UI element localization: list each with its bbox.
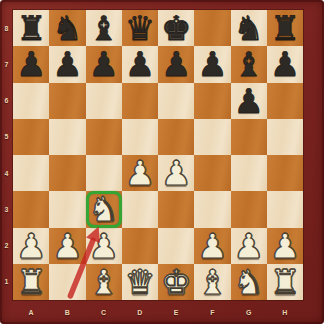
square-d7[interactable]: ♟: [122, 46, 158, 82]
square-d8[interactable]: ♛: [122, 10, 158, 46]
square-e5[interactable]: [158, 119, 194, 155]
square-a5[interactable]: [13, 119, 49, 155]
square-h4[interactable]: [267, 155, 303, 191]
square-h3[interactable]: [267, 191, 303, 227]
square-e4[interactable]: ♟: [158, 155, 194, 191]
square-d3[interactable]: [122, 191, 158, 227]
piece-white-knight-c3[interactable]: ♞: [88, 191, 118, 227]
piece-black-pawn-h7[interactable]: ♟: [270, 46, 300, 82]
piece-white-pawn-e4[interactable]: ♟: [161, 155, 191, 191]
square-d2[interactable]: [122, 228, 158, 264]
piece-black-knight-g8[interactable]: ♞: [233, 10, 263, 46]
square-b1[interactable]: [49, 264, 85, 300]
square-h1[interactable]: ♜: [267, 264, 303, 300]
square-d5[interactable]: [122, 119, 158, 155]
square-e3[interactable]: [158, 191, 194, 227]
square-b4[interactable]: [49, 155, 85, 191]
square-d6[interactable]: [122, 83, 158, 119]
piece-black-pawn-d7[interactable]: ♟: [125, 46, 155, 82]
square-f4[interactable]: [194, 155, 230, 191]
file-label-h: H: [267, 301, 303, 323]
square-f5[interactable]: [194, 119, 230, 155]
piece-white-pawn-g2[interactable]: ♟: [233, 228, 263, 264]
square-g4[interactable]: [231, 155, 267, 191]
file-label-e: E: [158, 301, 194, 323]
piece-white-pawn-b2[interactable]: ♟: [52, 228, 82, 264]
piece-white-pawn-c2[interactable]: ♟: [88, 228, 118, 264]
piece-white-pawn-f2[interactable]: ♟: [197, 228, 227, 264]
square-c1[interactable]: ♝: [86, 264, 122, 300]
square-f6[interactable]: [194, 83, 230, 119]
rank-label-2: 2: [0, 228, 13, 264]
square-g3[interactable]: [231, 191, 267, 227]
square-b2[interactable]: ♟: [49, 228, 85, 264]
rank-label-7: 7: [0, 46, 13, 82]
piece-black-queen-d8[interactable]: ♛: [125, 10, 155, 46]
square-h8[interactable]: ♜: [267, 10, 303, 46]
square-f8[interactable]: [194, 10, 230, 46]
square-f1[interactable]: ♝: [194, 264, 230, 300]
piece-black-pawn-g6[interactable]: ♟: [233, 83, 263, 119]
square-h5[interactable]: [267, 119, 303, 155]
square-f7[interactable]: ♟: [194, 46, 230, 82]
chess-board: ♜♞♝♛♚♞♜♟♟♟♟♟♟♝♟♟♟♟♞♟♟♟♟♟♟♜♝♛♚♝♞♜: [13, 10, 303, 300]
square-c4[interactable]: [86, 155, 122, 191]
square-c2[interactable]: ♟: [86, 228, 122, 264]
square-b7[interactable]: ♟: [49, 46, 85, 82]
file-label-g: G: [231, 301, 267, 323]
piece-white-rook-h1[interactable]: ♜: [270, 264, 300, 300]
rank-label-5: 5: [0, 119, 13, 155]
file-label-b: B: [49, 301, 85, 323]
file-label-a: A: [13, 301, 49, 323]
rank-label-4: 4: [0, 155, 13, 191]
square-g1[interactable]: ♞: [231, 264, 267, 300]
square-a3[interactable]: [13, 191, 49, 227]
file-label-d: D: [122, 301, 158, 323]
square-g2[interactable]: ♟: [231, 228, 267, 264]
square-g5[interactable]: [231, 119, 267, 155]
piece-black-pawn-a7[interactable]: ♟: [16, 46, 46, 82]
piece-white-bishop-c1[interactable]: ♝: [88, 264, 118, 300]
piece-white-pawn-d4[interactable]: ♟: [125, 155, 155, 191]
square-a4[interactable]: [13, 155, 49, 191]
square-h6[interactable]: [267, 83, 303, 119]
square-c8[interactable]: ♝: [86, 10, 122, 46]
square-b3[interactable]: [49, 191, 85, 227]
piece-black-rook-h8[interactable]: ♜: [270, 10, 300, 46]
square-f2[interactable]: ♟: [194, 228, 230, 264]
piece-black-pawn-b7[interactable]: ♟: [52, 46, 82, 82]
square-e2[interactable]: [158, 228, 194, 264]
piece-black-bishop-g7[interactable]: ♝: [233, 46, 263, 82]
rank-label-6: 6: [0, 83, 13, 119]
square-a7[interactable]: ♟: [13, 46, 49, 82]
square-e8[interactable]: ♚: [158, 10, 194, 46]
square-g8[interactable]: ♞: [231, 10, 267, 46]
piece-black-rook-a8[interactable]: ♜: [16, 10, 46, 46]
square-b8[interactable]: ♞: [49, 10, 85, 46]
piece-black-knight-b8[interactable]: ♞: [52, 10, 82, 46]
square-a2[interactable]: ♟: [13, 228, 49, 264]
file-label-c: C: [86, 301, 122, 323]
square-e6[interactable]: [158, 83, 194, 119]
chess-board-frame: ♜♞♝♛♚♞♜♟♟♟♟♟♟♝♟♟♟♟♞♟♟♟♟♟♟♜♝♛♚♝♞♜ 8765432…: [0, 0, 324, 324]
rank-label-1: 1: [0, 264, 13, 300]
piece-white-queen-d1[interactable]: ♛: [125, 264, 155, 300]
piece-black-king-e8[interactable]: ♚: [161, 10, 191, 46]
rank-label-8: 8: [0, 10, 13, 46]
piece-white-pawn-h2[interactable]: ♟: [270, 228, 300, 264]
square-f3[interactable]: [194, 191, 230, 227]
square-c6[interactable]: [86, 83, 122, 119]
square-e1[interactable]: ♚: [158, 264, 194, 300]
piece-white-king-e1[interactable]: ♚: [161, 264, 191, 300]
square-c3[interactable]: ♞: [86, 191, 122, 227]
square-h2[interactable]: ♟: [267, 228, 303, 264]
piece-white-pawn-a2[interactable]: ♟: [16, 228, 46, 264]
square-a6[interactable]: [13, 83, 49, 119]
square-d1[interactable]: ♛: [122, 264, 158, 300]
square-b5[interactable]: [49, 119, 85, 155]
square-d4[interactable]: ♟: [122, 155, 158, 191]
square-g6[interactable]: ♟: [231, 83, 267, 119]
piece-white-bishop-f1[interactable]: ♝: [197, 264, 227, 300]
square-b6[interactable]: [49, 83, 85, 119]
square-h7[interactable]: ♟: [267, 46, 303, 82]
piece-black-bishop-c8[interactable]: ♝: [88, 10, 118, 46]
square-c5[interactable]: [86, 119, 122, 155]
piece-black-pawn-c7[interactable]: ♟: [88, 46, 118, 82]
piece-black-pawn-e7[interactable]: ♟: [161, 46, 191, 82]
square-a1[interactable]: ♜: [13, 264, 49, 300]
rank-label-3: 3: [0, 191, 13, 227]
square-c7[interactable]: ♟: [86, 46, 122, 82]
square-a8[interactable]: ♜: [13, 10, 49, 46]
square-g7[interactable]: ♝: [231, 46, 267, 82]
piece-white-knight-g1[interactable]: ♞: [233, 264, 263, 300]
piece-white-rook-a1[interactable]: ♜: [16, 264, 46, 300]
square-e7[interactable]: ♟: [158, 46, 194, 82]
piece-black-pawn-f7[interactable]: ♟: [197, 46, 227, 82]
file-label-f: F: [194, 301, 230, 323]
